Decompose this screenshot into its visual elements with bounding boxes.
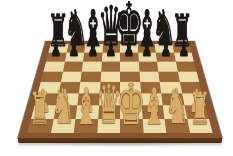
square-a4	[38, 82, 61, 93]
square-g2	[163, 105, 187, 118]
square-b5	[61, 71, 82, 82]
square-d3	[99, 93, 120, 105]
square-e7	[120, 52, 138, 61]
chess-set-photo: ♜♞♝♛♚♝♞♜♟♟♟♟♟♟♟♟♟♟♟♟♟♟♟♟♜♞♝♛♚♝♞♜	[0, 0, 233, 156]
square-h5	[177, 71, 199, 82]
square-b8	[66, 44, 85, 53]
square-d6	[101, 62, 120, 72]
square-h3	[182, 93, 206, 105]
square-e2	[120, 105, 142, 118]
square-f1	[142, 119, 166, 133]
square-c2	[76, 105, 99, 118]
square-b1	[51, 119, 76, 133]
square-c3	[77, 93, 99, 105]
square-a5	[41, 71, 63, 82]
square-h7	[174, 52, 194, 61]
chess-board	[18, 41, 222, 138]
square-d8	[102, 44, 120, 53]
square-a3	[35, 93, 59, 105]
square-h1	[187, 119, 213, 133]
square-a8	[48, 44, 68, 53]
board-front-edge	[18, 138, 222, 143]
square-d5	[100, 71, 120, 82]
square-b2	[53, 105, 77, 118]
square-d4	[99, 82, 120, 93]
square-c4	[79, 82, 100, 93]
square-h2	[184, 105, 209, 118]
square-f8	[137, 44, 155, 53]
square-b4	[58, 82, 80, 93]
square-g6	[157, 62, 177, 72]
square-b3	[56, 93, 79, 105]
square-g8	[155, 44, 174, 53]
square-h4	[179, 82, 202, 93]
square-f2	[141, 105, 164, 118]
square-e1	[120, 119, 143, 133]
square-a2	[31, 105, 56, 118]
square-d1	[97, 119, 120, 133]
square-d7	[102, 52, 120, 61]
square-b7	[65, 52, 85, 61]
square-e4	[120, 82, 141, 93]
square-d2	[98, 105, 120, 118]
square-c6	[82, 62, 102, 72]
square-a6	[44, 62, 65, 72]
square-g7	[156, 52, 176, 61]
square-c8	[84, 44, 102, 53]
square-g3	[161, 93, 184, 105]
square-e3	[120, 93, 141, 105]
board-scene	[18, 0, 222, 138]
square-b6	[63, 62, 83, 72]
square-c1	[74, 119, 98, 133]
square-g4	[160, 82, 182, 93]
square-h8	[172, 44, 192, 53]
square-g5	[158, 71, 179, 82]
square-f3	[141, 93, 163, 105]
square-c5	[80, 71, 101, 82]
square-f5	[139, 71, 160, 82]
square-e6	[120, 62, 139, 72]
square-c7	[83, 52, 102, 61]
square-a1	[27, 119, 53, 133]
square-a7	[46, 52, 66, 61]
square-f7	[138, 52, 157, 61]
square-f4	[140, 82, 161, 93]
square-e5	[120, 71, 140, 82]
square-e8	[120, 44, 138, 53]
square-f6	[138, 62, 158, 72]
square-h6	[175, 62, 196, 72]
square-g1	[164, 119, 189, 133]
